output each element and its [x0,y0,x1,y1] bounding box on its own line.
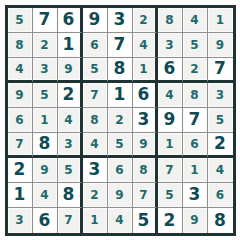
cell-r3c6[interactable]: 1 [133,58,158,83]
cell-r1c9[interactable]: 1 [208,8,233,33]
cell-r7c6[interactable]: 8 [133,158,158,183]
cell-r4c1[interactable]: 9 [8,83,33,108]
cell-r3c3[interactable]: 9 [58,58,83,83]
cell-r2c7[interactable]: 3 [158,33,183,58]
cell-r1c6[interactable]: 2 [133,8,158,33]
cell-r2c4[interactable]: 6 [83,33,108,58]
cell-r8c2[interactable]: 4 [33,183,58,208]
cell-r1c5[interactable]: 3 [108,8,133,33]
cell-r5c7[interactable]: 9 [158,108,183,133]
cell-r2c2[interactable]: 2 [33,33,58,58]
cell-r4c5[interactable]: 1 [108,83,133,108]
cell-r6c1[interactable]: 7 [8,133,33,158]
cell-r4c2[interactable]: 5 [33,83,58,108]
cell-r9c2[interactable]: 6 [33,208,58,233]
cell-r6c6[interactable]: 9 [133,133,158,158]
cell-r3c1[interactable]: 4 [8,58,33,83]
cell-r9c5[interactable]: 4 [108,208,133,233]
cell-r5c4[interactable]: 8 [83,108,108,133]
cell-r9c3[interactable]: 7 [58,208,83,233]
cell-r6c7[interactable]: 1 [158,133,183,158]
cell-r4c3[interactable]: 2 [58,83,83,108]
cell-r3c2[interactable]: 3 [33,58,58,83]
cell-r3c5[interactable]: 8 [108,58,133,83]
cell-r1c2[interactable]: 7 [33,8,58,33]
cell-r8c9[interactable]: 6 [208,183,233,208]
cell-r5c3[interactable]: 4 [58,108,83,133]
cell-r1c3[interactable]: 6 [58,8,83,33]
cell-r9c8[interactable]: 9 [183,208,208,233]
cell-r4c6[interactable]: 6 [133,83,158,108]
cell-r1c4[interactable]: 9 [83,8,108,33]
cell-r5c1[interactable]: 6 [8,108,33,133]
cell-r4c9[interactable]: 3 [208,83,233,108]
cell-r7c1[interactable]: 2 [8,158,33,183]
sudoku-board: 5769328418216743594395816279527164836148… [5,5,236,236]
cell-r2c6[interactable]: 4 [133,33,158,58]
cell-r8c3[interactable]: 8 [58,183,83,208]
cell-r8c6[interactable]: 7 [133,183,158,208]
cell-r7c2[interactable]: 9 [33,158,58,183]
cell-r4c4[interactable]: 7 [83,83,108,108]
cell-r5c2[interactable]: 1 [33,108,58,133]
cell-r8c1[interactable]: 1 [8,183,33,208]
cell-r6c4[interactable]: 4 [83,133,108,158]
cell-r9c1[interactable]: 3 [8,208,33,233]
cell-r4c7[interactable]: 4 [158,83,183,108]
cell-r3c4[interactable]: 5 [83,58,108,83]
cell-r1c1[interactable]: 5 [8,8,33,33]
cell-r2c3[interactable]: 1 [58,33,83,58]
cell-r9c7[interactable]: 2 [158,208,183,233]
cell-r5c8[interactable]: 7 [183,108,208,133]
cell-r6c2[interactable]: 8 [33,133,58,158]
cell-r8c8[interactable]: 3 [183,183,208,208]
cell-r5c9[interactable]: 5 [208,108,233,133]
cell-r2c1[interactable]: 8 [8,33,33,58]
cell-r9c9[interactable]: 8 [208,208,233,233]
cell-r3c7[interactable]: 6 [158,58,183,83]
cell-r3c9[interactable]: 7 [208,58,233,83]
cell-r8c7[interactable]: 5 [158,183,183,208]
cell-r7c8[interactable]: 1 [183,158,208,183]
cell-r1c7[interactable]: 8 [158,8,183,33]
cell-r9c4[interactable]: 1 [83,208,108,233]
cell-r6c9[interactable]: 2 [208,133,233,158]
cell-r7c4[interactable]: 3 [83,158,108,183]
cell-r7c7[interactable]: 7 [158,158,183,183]
cell-r5c5[interactable]: 2 [108,108,133,133]
cell-r7c3[interactable]: 5 [58,158,83,183]
cell-r9c6[interactable]: 5 [133,208,158,233]
cell-r7c9[interactable]: 4 [208,158,233,183]
cell-r6c5[interactable]: 5 [108,133,133,158]
cell-r8c4[interactable]: 2 [83,183,108,208]
cell-r2c9[interactable]: 9 [208,33,233,58]
cell-r6c8[interactable]: 6 [183,133,208,158]
cell-r8c5[interactable]: 9 [108,183,133,208]
cell-r3c8[interactable]: 2 [183,58,208,83]
cell-r2c8[interactable]: 5 [183,33,208,58]
cell-r6c3[interactable]: 3 [58,133,83,158]
sudoku-page: 5769328418216743594395816279527164836148… [0,0,240,240]
cell-r4c8[interactable]: 8 [183,83,208,108]
cell-r7c5[interactable]: 6 [108,158,133,183]
cell-r5c6[interactable]: 3 [133,108,158,133]
cell-r2c5[interactable]: 7 [108,33,133,58]
cell-r1c8[interactable]: 4 [183,8,208,33]
